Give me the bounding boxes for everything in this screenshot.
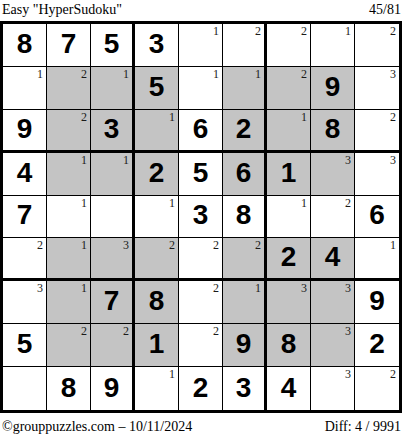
- cell-r7c1[interactable]: 3: [3, 281, 47, 324]
- cell-r8c4[interactable]: 1: [135, 324, 179, 367]
- given-digit: 9: [104, 374, 120, 402]
- cell-r4c2[interactable]: 1: [47, 153, 91, 196]
- cell-r2c4[interactable]: 5: [135, 67, 179, 110]
- given-digit: 8: [281, 330, 297, 358]
- progress-counter: 45/81: [369, 2, 401, 18]
- given-digit: 5: [193, 159, 209, 187]
- cell-r1c8[interactable]: 1: [311, 24, 355, 67]
- cell-r8c3[interactable]: 2: [91, 324, 135, 367]
- pencil-mark: 1: [255, 282, 261, 294]
- given-digit: 2: [236, 115, 252, 143]
- pencil-mark: 2: [81, 111, 87, 123]
- given-digit: 6: [193, 115, 209, 143]
- cell-r6c6[interactable]: 2: [223, 238, 267, 281]
- cell-r8c7[interactable]: 8: [267, 324, 311, 367]
- given-digit: 4: [281, 374, 297, 402]
- pencil-mark: 3: [301, 282, 307, 294]
- cell-r9c3[interactable]: 9: [91, 367, 135, 410]
- cell-r7c4[interactable]: 8: [135, 281, 179, 324]
- cell-r9c7[interactable]: 4: [267, 367, 311, 410]
- pencil-mark: 1: [390, 239, 396, 251]
- cell-r6c2[interactable]: 1: [47, 238, 91, 281]
- pencil-mark: 3: [123, 239, 129, 251]
- pencil-mark: 3: [390, 68, 396, 80]
- given-digit: 2: [149, 159, 165, 187]
- pencil-mark: 1: [213, 68, 219, 80]
- cell-r4c8[interactable]: 3: [311, 153, 355, 196]
- cell-r8c5[interactable]: 2: [179, 324, 223, 367]
- page-header: Easy "HyperSudoku" 45/81: [0, 0, 402, 21]
- cell-r6c8[interactable]: 4: [311, 238, 355, 281]
- pencil-mark: 2: [301, 25, 307, 37]
- cell-r7c3[interactable]: 7: [91, 281, 135, 324]
- cell-r6c9[interactable]: 1: [355, 238, 399, 281]
- pencil-mark: 3: [345, 368, 351, 380]
- cell-r2c3[interactable]: 1: [91, 67, 135, 110]
- pencil-mark: 2: [213, 282, 219, 294]
- cell-r9c5[interactable]: 2: [179, 367, 223, 410]
- pencil-mark: 2: [123, 325, 129, 337]
- pencil-mark: 1: [255, 68, 261, 80]
- cell-r6c5[interactable]: 2: [179, 238, 223, 281]
- given-digit: 4: [17, 159, 33, 187]
- cell-r3c7[interactable]: 1: [267, 110, 311, 153]
- cell-r3c9[interactable]: 2: [355, 110, 399, 153]
- pencil-mark: 2: [390, 25, 396, 37]
- cell-r2c5[interactable]: 1: [179, 67, 223, 110]
- cell-r7c8[interactable]: 3: [311, 281, 355, 324]
- given-digit: 9: [236, 330, 252, 358]
- given-digit: 8: [149, 287, 165, 315]
- cell-r5c7[interactable]: 1: [267, 196, 311, 239]
- copyright-source: ©grouppuzzles.com – 10/11/2024: [2, 419, 192, 435]
- given-digit: 3: [104, 115, 120, 143]
- cell-r7c2[interactable]: 1: [47, 281, 91, 324]
- cell-r5c9[interactable]: 6: [355, 196, 399, 239]
- given-digit: 7: [17, 201, 33, 229]
- cell-r9c8[interactable]: 3: [311, 367, 355, 410]
- cell-r1c1[interactable]: 8: [3, 24, 47, 67]
- given-digit: 5: [149, 73, 165, 101]
- given-digit: 9: [325, 73, 341, 101]
- pencil-mark: 1: [345, 25, 351, 37]
- pencil-mark: 2: [390, 368, 396, 380]
- difficulty-label: Diff: 4 / 9991: [325, 419, 401, 435]
- cell-r4c4[interactable]: 2: [135, 153, 179, 196]
- given-digit: 2: [193, 374, 209, 402]
- cell-r9c2[interactable]: 8: [47, 367, 91, 410]
- cell-r1c3[interactable]: 5: [91, 24, 135, 67]
- cell-r6c3[interactable]: 3: [91, 238, 135, 281]
- cell-r3c1[interactable]: 9: [3, 110, 47, 153]
- cell-r4c5[interactable]: 5: [179, 153, 223, 196]
- cell-r8c1[interactable]: 5: [3, 324, 47, 367]
- pencil-mark: 1: [123, 68, 129, 80]
- cell-r7c6[interactable]: 1: [223, 281, 267, 324]
- pencil-mark: 1: [123, 154, 129, 166]
- pencil-mark: 1: [81, 154, 87, 166]
- given-digit: 6: [369, 201, 385, 229]
- pencil-mark: 1: [81, 197, 87, 209]
- given-digit: 5: [17, 330, 33, 358]
- cell-r3c3[interactable]: 3: [91, 110, 135, 153]
- given-digit: 3: [149, 30, 165, 58]
- pencil-mark: 1: [213, 25, 219, 37]
- given-digit: 6: [236, 159, 252, 187]
- pencil-mark: 1: [81, 239, 87, 251]
- given-digit: 7: [61, 30, 77, 58]
- pencil-mark: 3: [37, 282, 43, 294]
- given-digit: 8: [61, 374, 77, 402]
- cell-r3c6[interactable]: 2: [223, 110, 267, 153]
- cell-r6c4[interactable]: 2: [135, 238, 179, 281]
- cell-r5c8[interactable]: 2: [311, 196, 355, 239]
- pencil-mark: 1: [169, 111, 175, 123]
- cell-r4c3[interactable]: 1: [91, 153, 135, 196]
- cell-r8c9[interactable]: 2: [355, 324, 399, 367]
- cell-r3c2[interactable]: 2: [47, 110, 91, 153]
- cell-r6c7[interactable]: 2: [267, 238, 311, 281]
- cell-r1c7[interactable]: 2: [267, 24, 311, 67]
- pencil-mark: 3: [345, 325, 351, 337]
- pencil-mark: 2: [390, 111, 396, 123]
- given-digit: 5: [104, 30, 120, 58]
- pencil-mark: 2: [81, 325, 87, 337]
- cell-r7c7[interactable]: 3: [267, 281, 311, 324]
- cell-r1c4[interactable]: 3: [135, 24, 179, 67]
- pencil-mark: 2: [213, 325, 219, 337]
- pencil-mark: 1: [301, 111, 307, 123]
- given-digit: 8: [325, 115, 341, 143]
- pencil-mark: 1: [301, 197, 307, 209]
- cell-r1c9[interactable]: 2: [355, 24, 399, 67]
- cell-r1c2[interactable]: 7: [47, 24, 91, 67]
- pencil-mark: 2: [37, 239, 43, 251]
- pencil-mark: 1: [37, 68, 43, 80]
- cell-r1c5[interactable]: 1: [179, 24, 223, 67]
- cell-r4c7[interactable]: 1: [267, 153, 311, 196]
- cell-r9c4[interactable]: 1: [135, 367, 179, 410]
- cell-r4c6[interactable]: 6: [223, 153, 267, 196]
- cell-r3c8[interactable]: 8: [311, 110, 355, 153]
- pencil-mark: 2: [81, 68, 87, 80]
- cell-r7c5[interactable]: 2: [179, 281, 223, 324]
- given-digit: 8: [236, 201, 252, 229]
- given-digit: 2: [369, 330, 385, 358]
- cell-r8c6[interactable]: 9: [223, 324, 267, 367]
- page-footer: ©grouppuzzles.com – 10/11/2024 Diff: 4 /…: [0, 413, 402, 437]
- given-digit: 1: [149, 330, 165, 358]
- pencil-mark: 3: [345, 154, 351, 166]
- given-digit: 1: [281, 159, 297, 187]
- pencil-mark: 2: [255, 25, 261, 37]
- given-digit: 4: [325, 243, 341, 271]
- cell-r8c8[interactable]: 3: [311, 324, 355, 367]
- cell-r5c6[interactable]: 8: [223, 196, 267, 239]
- cell-r2c2[interactable]: 2: [47, 67, 91, 110]
- cell-r5c5[interactable]: 3: [179, 196, 223, 239]
- cell-r5c1[interactable]: 7: [3, 196, 47, 239]
- pencil-mark: 1: [169, 368, 175, 380]
- pencil-mark: 3: [390, 154, 396, 166]
- cell-r9c9[interactable]: 2: [355, 367, 399, 410]
- pencil-mark: 2: [255, 239, 261, 251]
- cell-r2c1[interactable]: 1: [3, 67, 47, 110]
- given-digit: 3: [193, 201, 209, 229]
- given-digit: 9: [369, 287, 385, 315]
- cell-r3c5[interactable]: 6: [179, 110, 223, 153]
- cell-r6c1[interactable]: 2: [3, 238, 47, 281]
- given-digit: 3: [236, 374, 252, 402]
- cell-r3c4[interactable]: 1: [135, 110, 179, 153]
- cell-r9c6[interactable]: 3: [223, 367, 267, 410]
- pencil-mark: 2: [301, 68, 307, 80]
- given-digit: 9: [17, 115, 33, 143]
- cell-r2c6[interactable]: 1: [223, 67, 267, 110]
- cell-r4c9[interactable]: 3: [355, 153, 399, 196]
- sudoku-grid: 8753122121215112939231621824112561337113…: [0, 21, 402, 413]
- cell-r9c1[interactable]: [3, 367, 47, 410]
- pencil-mark: 1: [169, 197, 175, 209]
- puzzle-title: Easy "HyperSudoku": [2, 2, 122, 18]
- cell-r7c9[interactable]: 9: [355, 281, 399, 324]
- cell-r5c3[interactable]: [91, 196, 135, 239]
- cell-r1c6[interactable]: 2: [223, 24, 267, 67]
- pencil-mark: 2: [345, 197, 351, 209]
- pencil-mark: 2: [213, 239, 219, 251]
- cell-r4c1[interactable]: 4: [3, 153, 47, 196]
- given-digit: 7: [104, 287, 120, 315]
- given-digit: 8: [17, 30, 33, 58]
- cell-r8c2[interactable]: 2: [47, 324, 91, 367]
- cell-r5c4[interactable]: 1: [135, 196, 179, 239]
- pencil-mark: 2: [169, 239, 175, 251]
- cell-r2c7[interactable]: 2: [267, 67, 311, 110]
- cell-r2c9[interactable]: 3: [355, 67, 399, 110]
- pencil-mark: 3: [345, 282, 351, 294]
- pencil-mark: 1: [81, 282, 87, 294]
- cell-r5c2[interactable]: 1: [47, 196, 91, 239]
- cell-r2c8[interactable]: 9: [311, 67, 355, 110]
- given-digit: 2: [281, 243, 297, 271]
